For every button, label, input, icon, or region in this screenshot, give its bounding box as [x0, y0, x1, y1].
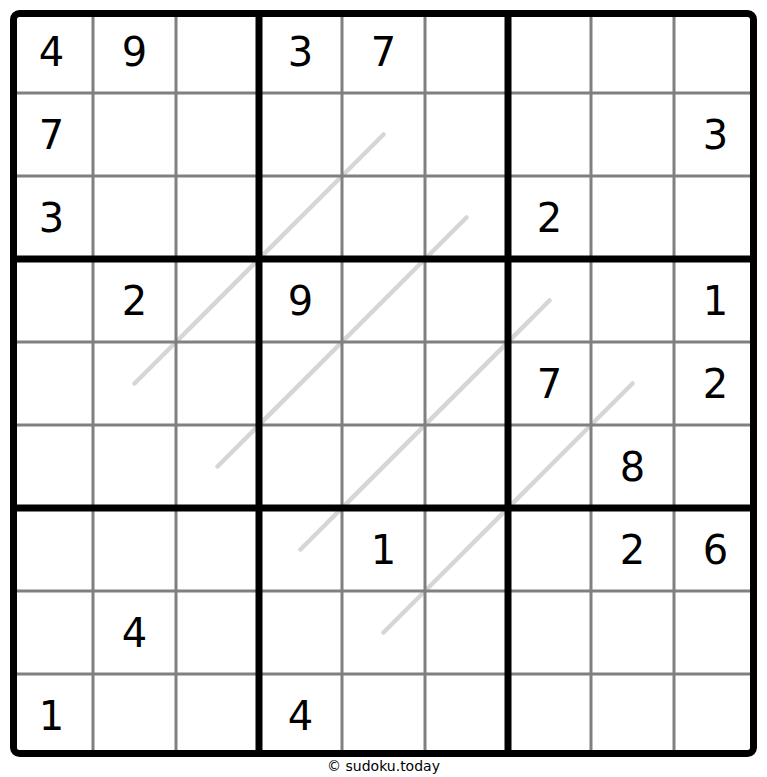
cell-r2c5[interactable]	[342, 93, 425, 176]
board-cells: 49377332291728126414	[10, 10, 757, 757]
cell-r6c6[interactable]	[425, 425, 508, 508]
cell-r6c1[interactable]	[10, 425, 93, 508]
cell-r4c2[interactable]: 2	[93, 259, 176, 342]
cell-r8c7[interactable]	[508, 591, 591, 674]
cell-r5c9[interactable]: 2	[674, 342, 757, 425]
cell-r5c8[interactable]	[591, 342, 674, 425]
cell-r5c7[interactable]: 7	[508, 342, 591, 425]
cell-r9c7[interactable]	[508, 674, 591, 757]
cell-r9c9[interactable]	[674, 674, 757, 757]
cell-r9c2[interactable]	[93, 674, 176, 757]
cell-r6c9[interactable]	[674, 425, 757, 508]
cell-r6c5[interactable]	[342, 425, 425, 508]
cell-r6c3[interactable]	[176, 425, 259, 508]
cell-r9c3[interactable]	[176, 674, 259, 757]
cell-r8c8[interactable]	[591, 591, 674, 674]
cell-r7c8[interactable]: 2	[591, 508, 674, 591]
cell-r7c7[interactable]	[508, 508, 591, 591]
cell-r3c7[interactable]: 2	[508, 176, 591, 259]
cell-r5c2[interactable]	[93, 342, 176, 425]
cell-r5c6[interactable]	[425, 342, 508, 425]
cell-r5c3[interactable]	[176, 342, 259, 425]
cell-r2c3[interactable]	[176, 93, 259, 176]
cell-r3c5[interactable]	[342, 176, 425, 259]
cell-r4c3[interactable]	[176, 259, 259, 342]
cell-r2c1[interactable]: 7	[10, 93, 93, 176]
cell-r7c9[interactable]: 6	[674, 508, 757, 591]
cell-r4c8[interactable]	[591, 259, 674, 342]
cell-r7c3[interactable]	[176, 508, 259, 591]
cell-r3c6[interactable]	[425, 176, 508, 259]
cell-r9c8[interactable]	[591, 674, 674, 757]
cell-r4c1[interactable]	[10, 259, 93, 342]
cell-r7c1[interactable]	[10, 508, 93, 591]
cell-r7c5[interactable]: 1	[342, 508, 425, 591]
cell-r9c6[interactable]	[425, 674, 508, 757]
cell-r5c1[interactable]	[10, 342, 93, 425]
cell-r1c1[interactable]: 4	[10, 10, 93, 93]
cell-r6c8[interactable]: 8	[591, 425, 674, 508]
cell-r8c2[interactable]: 4	[93, 591, 176, 674]
cell-r5c4[interactable]	[259, 342, 342, 425]
cell-r3c4[interactable]	[259, 176, 342, 259]
cell-r2c8[interactable]	[591, 93, 674, 176]
cell-r3c3[interactable]	[176, 176, 259, 259]
cell-r3c9[interactable]	[674, 176, 757, 259]
cell-r3c1[interactable]: 3	[10, 176, 93, 259]
cell-r5c5[interactable]	[342, 342, 425, 425]
cell-r6c2[interactable]	[93, 425, 176, 508]
cell-r9c1[interactable]: 1	[10, 674, 93, 757]
cell-r1c5[interactable]: 7	[342, 10, 425, 93]
cell-r8c9[interactable]	[674, 591, 757, 674]
cell-r1c7[interactable]	[508, 10, 591, 93]
cell-r1c3[interactable]	[176, 10, 259, 93]
cell-r8c3[interactable]	[176, 591, 259, 674]
cell-r2c2[interactable]	[93, 93, 176, 176]
cell-r9c4[interactable]: 4	[259, 674, 342, 757]
sudoku-board: 49377332291728126414	[10, 10, 757, 757]
cell-r9c5[interactable]	[342, 674, 425, 757]
cell-r1c6[interactable]	[425, 10, 508, 93]
cell-r6c7[interactable]	[508, 425, 591, 508]
cell-r1c4[interactable]: 3	[259, 10, 342, 93]
cell-r2c7[interactable]	[508, 93, 591, 176]
cell-r2c6[interactable]	[425, 93, 508, 176]
cell-r8c1[interactable]	[10, 591, 93, 674]
cell-r3c2[interactable]	[93, 176, 176, 259]
page: 49377332291728126414 © sudoku.today	[0, 0, 767, 777]
cell-r4c9[interactable]: 1	[674, 259, 757, 342]
cell-r4c5[interactable]	[342, 259, 425, 342]
cell-r6c4[interactable]	[259, 425, 342, 508]
cell-r7c2[interactable]	[93, 508, 176, 591]
cell-r8c6[interactable]	[425, 591, 508, 674]
cell-r2c4[interactable]	[259, 93, 342, 176]
cell-r7c6[interactable]	[425, 508, 508, 591]
cell-r1c8[interactable]	[591, 10, 674, 93]
cell-r8c4[interactable]	[259, 591, 342, 674]
cell-r4c6[interactable]	[425, 259, 508, 342]
cell-r4c7[interactable]	[508, 259, 591, 342]
cell-r2c9[interactable]: 3	[674, 93, 757, 176]
cell-r8c5[interactable]	[342, 591, 425, 674]
cell-r7c4[interactable]	[259, 508, 342, 591]
cell-r3c8[interactable]	[591, 176, 674, 259]
cell-r1c9[interactable]	[674, 10, 757, 93]
cell-r4c4[interactable]: 9	[259, 259, 342, 342]
cell-r1c2[interactable]: 9	[93, 10, 176, 93]
copyright-text: © sudoku.today	[0, 757, 767, 777]
